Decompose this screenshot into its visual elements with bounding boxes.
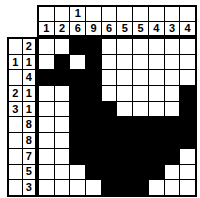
filled-cell[interactable]: [165, 133, 180, 148]
empty-cell[interactable]: [70, 165, 85, 180]
empty-cell[interactable]: [165, 180, 180, 195]
empty-cell[interactable]: [117, 39, 132, 54]
empty-cell[interactable]: [149, 180, 164, 195]
row-clue-cell: 2: [23, 39, 36, 54]
column-clue-cell: [165, 7, 180, 21]
filled-cell[interactable]: [180, 117, 195, 132]
column-clue-cell: [102, 7, 117, 21]
filled-cell[interactable]: [86, 86, 101, 101]
filled-cell[interactable]: [133, 165, 148, 180]
filled-cell[interactable]: [117, 133, 132, 148]
filled-cell[interactable]: [70, 70, 85, 85]
empty-cell[interactable]: [102, 39, 117, 54]
empty-cell[interactable]: [102, 55, 117, 70]
column-clue-cell: 4: [149, 22, 164, 36]
empty-cell[interactable]: [149, 55, 164, 70]
row-clues-grid: 2114213188753: [7, 37, 37, 197]
empty-cell[interactable]: [165, 165, 180, 180]
row-clue-cell: [9, 39, 22, 54]
column-clue-cell: [117, 7, 132, 21]
empty-cell[interactable]: [133, 70, 148, 85]
filled-cell[interactable]: [70, 149, 85, 164]
filled-cell[interactable]: [55, 70, 70, 85]
filled-cell[interactable]: [180, 86, 195, 101]
filled-cell[interactable]: [70, 117, 85, 132]
row-clue-cell: [9, 165, 22, 180]
empty-cell[interactable]: [39, 165, 54, 180]
filled-cell[interactable]: [117, 149, 132, 164]
row-clue-cell: 8: [23, 133, 36, 148]
column-clue-cell: 9: [86, 22, 101, 36]
empty-cell[interactable]: [55, 39, 70, 54]
column-clue-cell: 1: [39, 22, 54, 36]
nonogram-puzzle-page: 11269655434 2114213188753: [0, 0, 200, 198]
empty-cell[interactable]: [180, 149, 195, 164]
empty-cell[interactable]: [117, 86, 132, 101]
filled-cell[interactable]: [86, 133, 101, 148]
column-clue-cell: [39, 7, 54, 21]
empty-cell[interactable]: [70, 180, 85, 195]
column-clue-cell: 3: [165, 22, 180, 36]
empty-cell[interactable]: [117, 102, 132, 117]
empty-cell[interactable]: [180, 55, 195, 70]
column-clue-cell: [133, 7, 148, 21]
column-clue-cell: 5: [133, 22, 148, 36]
filled-cell[interactable]: [102, 149, 117, 164]
filled-cell[interactable]: [86, 55, 101, 70]
filled-cell[interactable]: [86, 102, 101, 117]
filled-cell[interactable]: [149, 165, 164, 180]
filled-cell[interactable]: [86, 39, 101, 54]
empty-cell[interactable]: [55, 133, 70, 148]
nonogram-board: [37, 37, 197, 197]
row-clue-cell: [9, 180, 22, 195]
filled-cell[interactable]: [180, 102, 195, 117]
column-clue-cell: 1: [70, 7, 85, 21]
row-clue-cell: [9, 70, 22, 85]
empty-cell[interactable]: [180, 70, 195, 85]
column-clues-grid: 11269655434: [37, 5, 197, 37]
column-clue-cell: 4: [180, 22, 195, 36]
empty-cell[interactable]: [149, 86, 164, 101]
filled-cell[interactable]: [86, 165, 101, 180]
empty-cell[interactable]: [39, 55, 54, 70]
empty-cell[interactable]: [133, 55, 148, 70]
empty-cell[interactable]: [180, 39, 195, 54]
row-clue-cell: 3: [23, 180, 36, 195]
filled-cell[interactable]: [70, 133, 85, 148]
row-clue-cell: [9, 117, 22, 132]
column-clue-cell: [86, 7, 101, 21]
empty-cell[interactable]: [133, 39, 148, 54]
empty-cell[interactable]: [55, 86, 70, 101]
row-clue-cell: 1: [23, 86, 36, 101]
filled-cell[interactable]: [86, 117, 101, 132]
empty-cell[interactable]: [39, 117, 54, 132]
empty-cell[interactable]: [133, 86, 148, 101]
filled-cell[interactable]: [149, 149, 164, 164]
row-clue-cell: 1: [23, 55, 36, 70]
empty-cell[interactable]: [39, 102, 54, 117]
filled-cell[interactable]: [39, 70, 54, 85]
row-clue-cell: 7: [23, 149, 36, 164]
column-clue-cell: [149, 7, 164, 21]
filled-cell[interactable]: [70, 86, 85, 101]
filled-cell[interactable]: [133, 133, 148, 148]
empty-cell[interactable]: [149, 102, 164, 117]
empty-cell[interactable]: [55, 165, 70, 180]
empty-cell[interactable]: [165, 86, 180, 101]
row-clue-cell: 3: [9, 102, 22, 117]
empty-cell[interactable]: [180, 180, 195, 195]
filled-cell[interactable]: [117, 180, 132, 195]
filled-cell[interactable]: [102, 117, 117, 132]
row-clue-cell: 5: [23, 165, 36, 180]
filled-cell[interactable]: [102, 102, 117, 117]
row-clue-cell: 1: [23, 102, 36, 117]
empty-cell[interactable]: [149, 70, 164, 85]
filled-cell[interactable]: [149, 133, 164, 148]
filled-cell[interactable]: [133, 180, 148, 195]
filled-cell[interactable]: [165, 117, 180, 132]
empty-cell[interactable]: [165, 102, 180, 117]
filled-cell[interactable]: [102, 165, 117, 180]
row-clue-cell: [9, 149, 22, 164]
filled-cell[interactable]: [55, 55, 70, 70]
empty-cell[interactable]: [165, 55, 180, 70]
empty-cell[interactable]: [86, 180, 101, 195]
filled-cell[interactable]: [86, 70, 101, 85]
empty-cell[interactable]: [39, 149, 54, 164]
filled-cell[interactable]: [133, 117, 148, 132]
empty-cell[interactable]: [102, 86, 117, 101]
filled-cell[interactable]: [149, 117, 164, 132]
row-clue-cell: 8: [23, 117, 36, 132]
empty-cell[interactable]: [165, 70, 180, 85]
empty-cell[interactable]: [70, 55, 85, 70]
empty-cell[interactable]: [117, 55, 132, 70]
column-clue-cell: [55, 7, 70, 21]
filled-cell[interactable]: [117, 165, 132, 180]
empty-cell[interactable]: [149, 39, 164, 54]
empty-cell[interactable]: [39, 86, 54, 101]
filled-cell[interactable]: [70, 39, 85, 54]
empty-cell[interactable]: [55, 149, 70, 164]
filled-cell[interactable]: [70, 102, 85, 117]
column-clue-cell: 6: [102, 22, 117, 36]
column-clue-cell: 6: [70, 22, 85, 36]
empty-cell[interactable]: [133, 102, 148, 117]
empty-cell[interactable]: [102, 70, 117, 85]
empty-cell[interactable]: [55, 102, 70, 117]
empty-cell[interactable]: [39, 180, 54, 195]
empty-cell[interactable]: [180, 165, 195, 180]
empty-cell[interactable]: [55, 180, 70, 195]
empty-cell[interactable]: [39, 133, 54, 148]
filled-cell[interactable]: [180, 133, 195, 148]
empty-cell[interactable]: [39, 39, 54, 54]
filled-cell[interactable]: [165, 149, 180, 164]
filled-cell[interactable]: [117, 117, 132, 132]
row-clue-cell: [9, 133, 22, 148]
row-clue-cell: 4: [23, 70, 36, 85]
column-clue-cell: 5: [117, 22, 132, 36]
row-clue-cell: 1: [9, 55, 22, 70]
filled-cell[interactable]: [86, 149, 101, 164]
filled-cell[interactable]: [102, 133, 117, 148]
empty-cell[interactable]: [165, 39, 180, 54]
empty-cell[interactable]: [117, 70, 132, 85]
empty-cell[interactable]: [55, 117, 70, 132]
filled-cell[interactable]: [133, 149, 148, 164]
filled-cell[interactable]: [102, 180, 117, 195]
column-clue-cell: [180, 7, 195, 21]
row-clue-cell: 2: [9, 86, 22, 101]
column-clue-cell: 2: [55, 22, 70, 36]
